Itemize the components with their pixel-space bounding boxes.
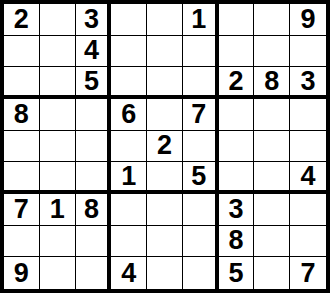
cell-r5c7[interactable] <box>219 131 255 163</box>
cell-r5c8[interactable] <box>254 131 290 163</box>
cell-r6c3[interactable] <box>76 162 112 194</box>
cell-r2c8[interactable] <box>254 36 290 68</box>
cell-r9c5[interactable] <box>147 257 183 289</box>
cell-r3c5[interactable] <box>147 67 183 99</box>
cell-r4c5[interactable] <box>147 99 183 131</box>
cell-r2c3[interactable]: 4 <box>76 36 112 68</box>
cell-r9c6[interactable] <box>183 257 219 289</box>
cell-r7c5[interactable] <box>147 194 183 226</box>
cell-r1c9[interactable]: 9 <box>290 4 326 36</box>
cell-r3c6[interactable] <box>183 67 219 99</box>
cell-r6c1[interactable] <box>4 162 40 194</box>
cell-r8c4[interactable] <box>111 226 147 258</box>
cell-r9c7[interactable]: 5 <box>219 257 255 289</box>
cell-r5c5[interactable]: 2 <box>147 131 183 163</box>
cell-r9c3[interactable] <box>76 257 112 289</box>
cell-r4c1[interactable]: 8 <box>4 99 40 131</box>
cell-r7c8[interactable] <box>254 194 290 226</box>
cell-r6c5[interactable] <box>147 162 183 194</box>
cell-r5c3[interactable] <box>76 131 112 163</box>
cell-r6c4[interactable]: 1 <box>111 162 147 194</box>
cell-r2c7[interactable] <box>219 36 255 68</box>
cell-r1c7[interactable] <box>219 4 255 36</box>
cell-r4c4[interactable]: 6 <box>111 99 147 131</box>
cell-r2c9[interactable] <box>290 36 326 68</box>
cell-r1c3[interactable]: 3 <box>76 4 112 36</box>
cell-r7c7[interactable]: 3 <box>219 194 255 226</box>
cell-r5c2[interactable] <box>40 131 76 163</box>
cell-r2c4[interactable] <box>111 36 147 68</box>
cell-r9c8[interactable] <box>254 257 290 289</box>
cell-r4c7[interactable] <box>219 99 255 131</box>
cell-r4c9[interactable] <box>290 99 326 131</box>
sudoku-board: 2319452838672154718389457 <box>0 0 330 293</box>
cell-r8c1[interactable] <box>4 226 40 258</box>
cell-r3c4[interactable] <box>111 67 147 99</box>
cell-r9c2[interactable] <box>40 257 76 289</box>
cell-r6c8[interactable] <box>254 162 290 194</box>
cell-r3c1[interactable] <box>4 67 40 99</box>
cell-r3c2[interactable] <box>40 67 76 99</box>
cell-r1c8[interactable] <box>254 4 290 36</box>
cell-r8c6[interactable] <box>183 226 219 258</box>
cell-r1c4[interactable] <box>111 4 147 36</box>
cell-r1c2[interactable] <box>40 4 76 36</box>
cell-r6c7[interactable] <box>219 162 255 194</box>
cell-r5c4[interactable] <box>111 131 147 163</box>
cell-r6c2[interactable] <box>40 162 76 194</box>
cell-r8c9[interactable] <box>290 226 326 258</box>
cell-r9c9[interactable]: 7 <box>290 257 326 289</box>
cell-r8c8[interactable] <box>254 226 290 258</box>
cell-r7c3[interactable]: 8 <box>76 194 112 226</box>
cell-r7c9[interactable] <box>290 194 326 226</box>
cell-r7c4[interactable] <box>111 194 147 226</box>
cell-r9c4[interactable]: 4 <box>111 257 147 289</box>
cell-r3c7[interactable]: 2 <box>219 67 255 99</box>
cell-r9c1[interactable]: 9 <box>4 257 40 289</box>
cell-r2c2[interactable] <box>40 36 76 68</box>
cell-r7c2[interactable]: 1 <box>40 194 76 226</box>
cell-r3c8[interactable]: 8 <box>254 67 290 99</box>
cell-r5c6[interactable] <box>183 131 219 163</box>
cell-r2c6[interactable] <box>183 36 219 68</box>
cell-r3c3[interactable]: 5 <box>76 67 112 99</box>
cell-r3c9[interactable]: 3 <box>290 67 326 99</box>
cell-r5c9[interactable] <box>290 131 326 163</box>
cell-r4c2[interactable] <box>40 99 76 131</box>
cell-r2c1[interactable] <box>4 36 40 68</box>
cell-r8c3[interactable] <box>76 226 112 258</box>
cell-r1c1[interactable]: 2 <box>4 4 40 36</box>
cell-r1c6[interactable]: 1 <box>183 4 219 36</box>
cell-r5c1[interactable] <box>4 131 40 163</box>
cell-r4c3[interactable] <box>76 99 112 131</box>
cell-r6c9[interactable]: 4 <box>290 162 326 194</box>
cell-r8c5[interactable] <box>147 226 183 258</box>
cell-r2c5[interactable] <box>147 36 183 68</box>
cell-r6c6[interactable]: 5 <box>183 162 219 194</box>
cell-r8c7[interactable]: 8 <box>219 226 255 258</box>
cell-r7c6[interactable] <box>183 194 219 226</box>
cell-r1c5[interactable] <box>147 4 183 36</box>
cell-r8c2[interactable] <box>40 226 76 258</box>
cell-r7c1[interactable]: 7 <box>4 194 40 226</box>
cell-r4c6[interactable]: 7 <box>183 99 219 131</box>
cell-r4c8[interactable] <box>254 99 290 131</box>
